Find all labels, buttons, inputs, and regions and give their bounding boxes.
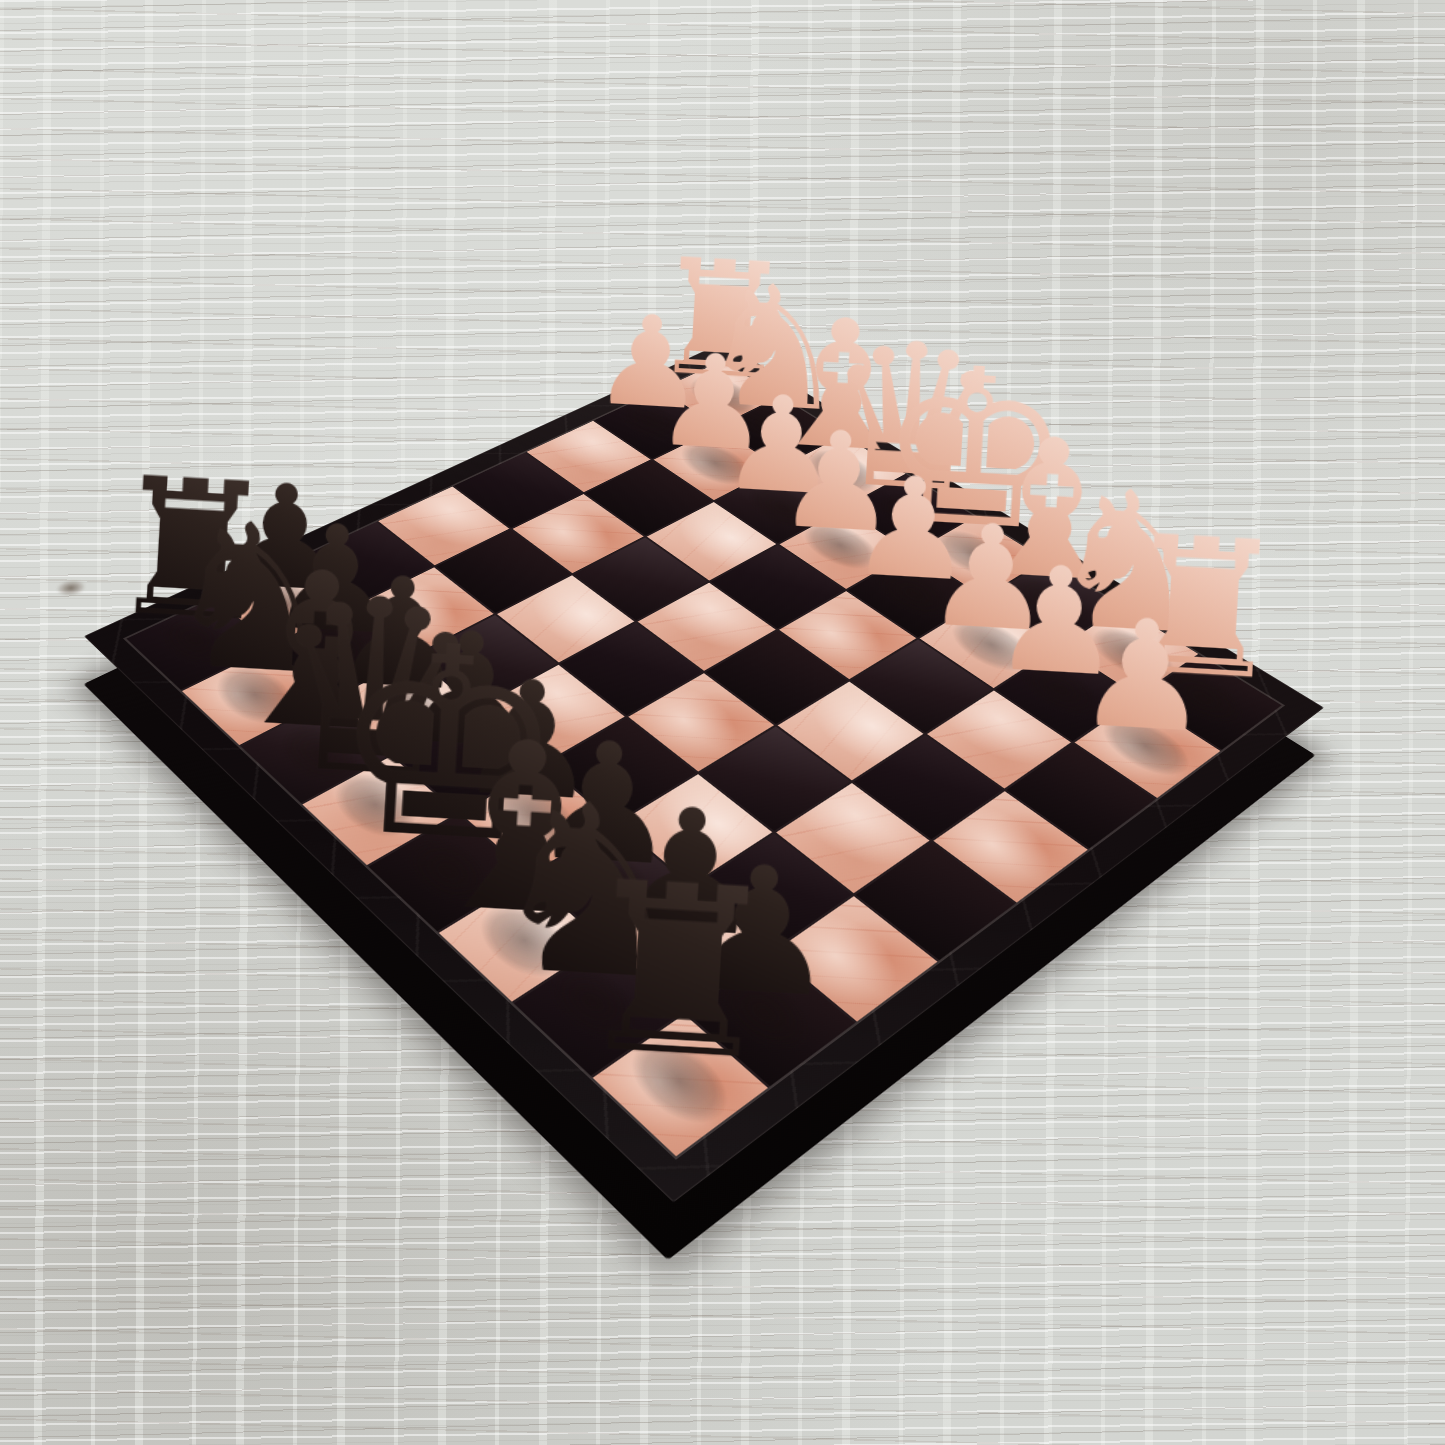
piece-glyph-rook: ♜ [500, 845, 855, 1098]
piece-glyph-pawn: ♟ [998, 593, 1291, 759]
